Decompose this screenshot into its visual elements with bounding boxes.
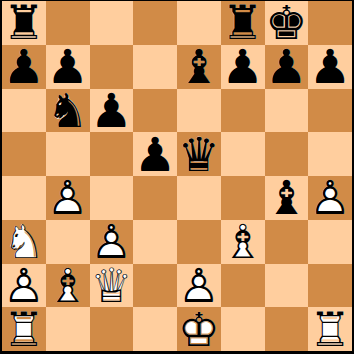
- square-h4[interactable]: ♙♟: [308, 176, 352, 220]
- square-b2[interactable]: ♗♝: [46, 264, 90, 308]
- piece-black-bishop-e7[interactable]: ♗♝: [177, 45, 221, 89]
- black-knight-outline-icon: ♘: [46, 89, 90, 133]
- white-pawn-glyph-icon: ♟: [177, 264, 221, 308]
- square-b3[interactable]: [46, 220, 90, 264]
- square-e8[interactable]: [177, 1, 221, 45]
- square-d4[interactable]: [133, 176, 177, 220]
- square-h7[interactable]: ♙♟: [308, 45, 352, 89]
- square-a3[interactable]: ♘♞: [2, 220, 46, 264]
- square-g7[interactable]: ♙♟: [265, 45, 309, 89]
- square-d3[interactable]: [133, 220, 177, 264]
- square-a7[interactable]: ♙♟: [2, 45, 46, 89]
- black-rook-glyph-icon: ♜: [221, 1, 265, 45]
- piece-black-pawn-f7[interactable]: ♙♟: [221, 45, 265, 89]
- black-pawn-glyph-icon: ♟: [90, 89, 134, 133]
- black-pawn-outline-icon: ♙: [221, 45, 265, 89]
- piece-white-king-e1[interactable]: ♔♚: [177, 307, 221, 351]
- square-d8[interactable]: [133, 1, 177, 45]
- square-c1[interactable]: [90, 307, 134, 351]
- square-f3[interactable]: ♗♝: [221, 220, 265, 264]
- piece-black-pawn-c6[interactable]: ♙♟: [90, 89, 134, 133]
- square-f7[interactable]: ♙♟: [221, 45, 265, 89]
- square-g3[interactable]: [265, 220, 309, 264]
- white-pawn-outline-icon: ♙: [308, 176, 352, 220]
- piece-black-queen-e5[interactable]: ♕♛: [177, 132, 221, 176]
- piece-black-pawn-b7[interactable]: ♙♟: [46, 45, 90, 89]
- piece-black-pawn-g7[interactable]: ♙♟: [265, 45, 309, 89]
- square-f4[interactable]: [221, 176, 265, 220]
- square-c2[interactable]: ♕♛: [90, 264, 134, 308]
- piece-black-pawn-h7[interactable]: ♙♟: [308, 45, 352, 89]
- piece-black-rook-a8[interactable]: ♖♜: [2, 1, 46, 45]
- black-pawn-outline-icon: ♙: [133, 132, 177, 176]
- square-d7[interactable]: [133, 45, 177, 89]
- square-f2[interactable]: [221, 264, 265, 308]
- square-h5[interactable]: [308, 132, 352, 176]
- square-c5[interactable]: [90, 132, 134, 176]
- square-f5[interactable]: [221, 132, 265, 176]
- white-pawn-glyph-icon: ♟: [308, 176, 352, 220]
- black-pawn-glyph-icon: ♟: [133, 132, 177, 176]
- white-bishop-outline-icon: ♗: [46, 264, 90, 308]
- black-pawn-glyph-icon: ♟: [308, 45, 352, 89]
- square-a4[interactable]: [2, 176, 46, 220]
- square-c4[interactable]: [90, 176, 134, 220]
- black-queen-glyph-icon: ♛: [177, 132, 221, 176]
- square-b1[interactable]: [46, 307, 90, 351]
- piece-black-king-g8[interactable]: ♔♚: [265, 1, 309, 45]
- square-a1[interactable]: ♖♜: [2, 307, 46, 351]
- piece-black-bishop-g4[interactable]: ♗♝: [265, 176, 309, 220]
- square-g1[interactable]: [265, 307, 309, 351]
- square-h1[interactable]: ♖♜: [308, 307, 352, 351]
- white-pawn-outline-icon: ♙: [90, 220, 134, 264]
- white-pawn-glyph-icon: ♟: [90, 220, 134, 264]
- piece-black-rook-f8[interactable]: ♖♜: [221, 1, 265, 45]
- piece-black-pawn-d5[interactable]: ♙♟: [133, 132, 177, 176]
- white-rook-outline-icon: ♖: [308, 307, 352, 351]
- square-g4[interactable]: ♗♝: [265, 176, 309, 220]
- chess-board-frame: ♖♜♖♜♔♚♙♟♙♟♗♝♙♟♙♟♙♟♘♞♙♟♙♟♕♛♙♟♗♝♙♟♘♞♙♟♗♝♙♟…: [0, 0, 354, 354]
- piece-white-bishop-b2[interactable]: ♗♝: [46, 264, 90, 308]
- square-h8[interactable]: [308, 1, 352, 45]
- square-g6[interactable]: [265, 89, 309, 133]
- black-pawn-outline-icon: ♙: [308, 45, 352, 89]
- square-e3[interactable]: [177, 220, 221, 264]
- piece-white-queen-c2[interactable]: ♕♛: [90, 264, 134, 308]
- square-h6[interactable]: [308, 89, 352, 133]
- square-a5[interactable]: [2, 132, 46, 176]
- white-pawn-outline-icon: ♙: [46, 176, 90, 220]
- white-queen-outline-icon: ♕: [90, 264, 134, 308]
- white-pawn-glyph-icon: ♟: [46, 176, 90, 220]
- square-f1[interactable]: [221, 307, 265, 351]
- black-queen-outline-icon: ♕: [177, 132, 221, 176]
- square-f8[interactable]: ♖♜: [221, 1, 265, 45]
- square-b7[interactable]: ♙♟: [46, 45, 90, 89]
- white-bishop-outline-icon: ♗: [221, 220, 265, 264]
- square-a2[interactable]: ♙♟: [2, 264, 46, 308]
- black-pawn-outline-icon: ♙: [265, 45, 309, 89]
- square-e6[interactable]: [177, 89, 221, 133]
- square-d6[interactable]: [133, 89, 177, 133]
- white-pawn-glyph-icon: ♟: [2, 264, 46, 308]
- square-d5[interactable]: ♙♟: [133, 132, 177, 176]
- square-h3[interactable]: [308, 220, 352, 264]
- square-e7[interactable]: ♗♝: [177, 45, 221, 89]
- black-rook-glyph-icon: ♜: [2, 1, 46, 45]
- white-queen-glyph-icon: ♛: [90, 264, 134, 308]
- square-b5[interactable]: [46, 132, 90, 176]
- white-knight-outline-icon: ♘: [2, 220, 46, 264]
- piece-black-knight-b6[interactable]: ♘♞: [46, 89, 90, 133]
- square-c6[interactable]: ♙♟: [90, 89, 134, 133]
- black-bishop-outline-icon: ♗: [177, 45, 221, 89]
- black-rook-outline-icon: ♖: [221, 1, 265, 45]
- black-bishop-glyph-icon: ♝: [265, 176, 309, 220]
- square-e4[interactable]: [177, 176, 221, 220]
- black-knight-glyph-icon: ♞: [46, 89, 90, 133]
- square-b6[interactable]: ♘♞: [46, 89, 90, 133]
- square-b8[interactable]: [46, 1, 90, 45]
- piece-white-bishop-f3[interactable]: ♗♝: [221, 220, 265, 264]
- square-f6[interactable]: [221, 89, 265, 133]
- square-c3[interactable]: ♙♟: [90, 220, 134, 264]
- black-pawn-outline-icon: ♙: [90, 89, 134, 133]
- piece-white-rook-a1[interactable]: ♖♜: [2, 307, 46, 351]
- square-e5[interactable]: ♕♛: [177, 132, 221, 176]
- chess-board: ♖♜♖♜♔♚♙♟♙♟♗♝♙♟♙♟♙♟♘♞♙♟♙♟♕♛♙♟♗♝♙♟♘♞♙♟♗♝♙♟…: [2, 1, 352, 351]
- piece-white-pawn-b4[interactable]: ♙♟: [46, 176, 90, 220]
- white-bishop-glyph-icon: ♝: [46, 264, 90, 308]
- black-rook-outline-icon: ♖: [2, 1, 46, 45]
- white-king-outline-icon: ♔: [177, 307, 221, 351]
- square-d1[interactable]: [133, 307, 177, 351]
- square-g5[interactable]: [265, 132, 309, 176]
- square-h2[interactable]: [308, 264, 352, 308]
- piece-black-pawn-a7[interactable]: ♙♟: [2, 45, 46, 89]
- white-bishop-glyph-icon: ♝: [221, 220, 265, 264]
- black-pawn-outline-icon: ♙: [2, 45, 46, 89]
- white-knight-glyph-icon: ♞: [2, 220, 46, 264]
- white-pawn-outline-icon: ♙: [177, 264, 221, 308]
- square-a8[interactable]: ♖♜: [2, 1, 46, 45]
- black-bishop-glyph-icon: ♝: [177, 45, 221, 89]
- square-d2[interactable]: [133, 264, 177, 308]
- piece-white-pawn-h4[interactable]: ♙♟: [308, 176, 352, 220]
- white-pawn-outline-icon: ♙: [2, 264, 46, 308]
- black-bishop-outline-icon: ♗: [265, 176, 309, 220]
- square-g8[interactable]: ♔♚: [265, 1, 309, 45]
- black-king-outline-icon: ♔: [265, 1, 309, 45]
- white-rook-outline-icon: ♖: [2, 307, 46, 351]
- black-pawn-outline-icon: ♙: [46, 45, 90, 89]
- square-g2[interactable]: [265, 264, 309, 308]
- white-rook-glyph-icon: ♜: [308, 307, 352, 351]
- piece-white-pawn-e2[interactable]: ♙♟: [177, 264, 221, 308]
- square-c8[interactable]: [90, 1, 134, 45]
- black-pawn-glyph-icon: ♟: [2, 45, 46, 89]
- piece-white-pawn-c3[interactable]: ♙♟: [90, 220, 134, 264]
- square-e1[interactable]: ♔♚: [177, 307, 221, 351]
- white-rook-glyph-icon: ♜: [2, 307, 46, 351]
- piece-white-knight-a3[interactable]: ♘♞: [2, 220, 46, 264]
- square-c7[interactable]: [90, 45, 134, 89]
- black-pawn-glyph-icon: ♟: [221, 45, 265, 89]
- black-king-glyph-icon: ♚: [265, 1, 309, 45]
- piece-white-rook-h1[interactable]: ♖♜: [308, 307, 352, 351]
- square-a6[interactable]: [2, 89, 46, 133]
- square-e2[interactable]: ♙♟: [177, 264, 221, 308]
- black-pawn-glyph-icon: ♟: [46, 45, 90, 89]
- square-b4[interactable]: ♙♟: [46, 176, 90, 220]
- piece-white-pawn-a2[interactable]: ♙♟: [2, 264, 46, 308]
- white-king-glyph-icon: ♚: [177, 307, 221, 351]
- black-pawn-glyph-icon: ♟: [265, 45, 309, 89]
